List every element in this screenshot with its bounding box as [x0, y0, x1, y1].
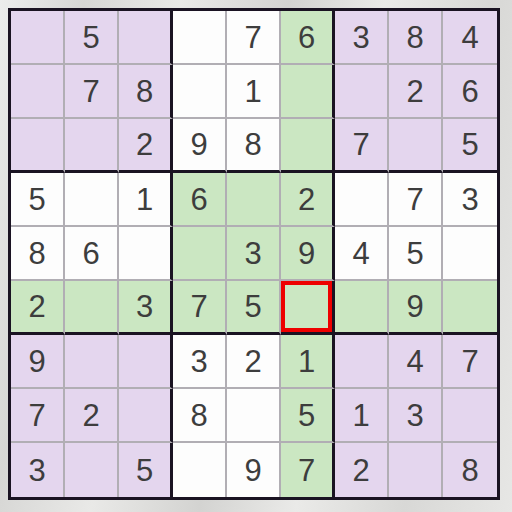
cell-r1c3[interactable] [119, 11, 173, 65]
cell-r4c5[interactable] [227, 173, 281, 227]
cell-r2c9[interactable]: 6 [443, 65, 497, 119]
cell-r2c8[interactable]: 2 [389, 65, 443, 119]
cell-r5c3[interactable] [119, 227, 173, 281]
cell-r1c7[interactable]: 3 [335, 11, 389, 65]
cell-r7c6[interactable]: 1 [281, 335, 335, 389]
cell-r7c7[interactable] [335, 335, 389, 389]
cell-r6c6[interactable] [281, 281, 335, 335]
page-background: { "game": "sudoku", "position": ".5..763… [0, 0, 512, 512]
cell-r9c2[interactable] [65, 443, 119, 497]
cell-r8c5[interactable] [227, 389, 281, 443]
cell-r8c3[interactable] [119, 389, 173, 443]
cell-r3c4[interactable]: 9 [173, 119, 227, 173]
cell-r7c8[interactable]: 4 [389, 335, 443, 389]
cell-r9c9[interactable]: 8 [443, 443, 497, 497]
cell-r3c9[interactable]: 5 [443, 119, 497, 173]
cell-r7c2[interactable] [65, 335, 119, 389]
cell-r6c7[interactable] [335, 281, 389, 335]
cell-r1c5[interactable]: 7 [227, 11, 281, 65]
cell-r4c6[interactable]: 2 [281, 173, 335, 227]
cell-r9c7[interactable]: 2 [335, 443, 389, 497]
cell-r4c4[interactable]: 6 [173, 173, 227, 227]
cell-r2c1[interactable] [11, 65, 65, 119]
cell-r5c9[interactable] [443, 227, 497, 281]
cell-r1c1[interactable] [11, 11, 65, 65]
cell-r8c9[interactable] [443, 389, 497, 443]
cell-r3c6[interactable] [281, 119, 335, 173]
cell-r3c7[interactable]: 7 [335, 119, 389, 173]
cell-r1c6[interactable]: 6 [281, 11, 335, 65]
cell-r2c3[interactable]: 8 [119, 65, 173, 119]
cell-r7c4[interactable]: 3 [173, 335, 227, 389]
cell-r2c2[interactable]: 7 [65, 65, 119, 119]
cell-r7c3[interactable] [119, 335, 173, 389]
cell-r6c3[interactable]: 3 [119, 281, 173, 335]
cell-r9c4[interactable] [173, 443, 227, 497]
cell-r3c3[interactable]: 2 [119, 119, 173, 173]
cell-r2c5[interactable]: 1 [227, 65, 281, 119]
cell-r6c5[interactable]: 5 [227, 281, 281, 335]
cell-r5c1[interactable]: 8 [11, 227, 65, 281]
sudoku-board: 5763847812629875516273863945237599321477… [8, 8, 500, 500]
cell-r1c8[interactable]: 8 [389, 11, 443, 65]
cell-r3c1[interactable] [11, 119, 65, 173]
cell-r8c4[interactable]: 8 [173, 389, 227, 443]
cell-r3c2[interactable] [65, 119, 119, 173]
cell-r8c6[interactable]: 5 [281, 389, 335, 443]
cell-r5c7[interactable]: 4 [335, 227, 389, 281]
cell-r2c4[interactable] [173, 65, 227, 119]
cell-r9c1[interactable]: 3 [11, 443, 65, 497]
cell-r9c3[interactable]: 5 [119, 443, 173, 497]
cell-r8c7[interactable]: 1 [335, 389, 389, 443]
cell-r9c5[interactable]: 9 [227, 443, 281, 497]
cell-r5c6[interactable]: 9 [281, 227, 335, 281]
cell-r9c8[interactable] [389, 443, 443, 497]
cell-r6c8[interactable]: 9 [389, 281, 443, 335]
cell-r4c9[interactable]: 3 [443, 173, 497, 227]
cell-r4c1[interactable]: 5 [11, 173, 65, 227]
cell-r5c5[interactable]: 3 [227, 227, 281, 281]
cell-r1c9[interactable]: 4 [443, 11, 497, 65]
cell-r9c6[interactable]: 7 [281, 443, 335, 497]
cell-r3c8[interactable] [389, 119, 443, 173]
cell-r2c7[interactable] [335, 65, 389, 119]
cell-r4c8[interactable]: 7 [389, 173, 443, 227]
cell-r6c4[interactable]: 7 [173, 281, 227, 335]
cell-r5c8[interactable]: 5 [389, 227, 443, 281]
cell-r2c6[interactable] [281, 65, 335, 119]
cell-r6c2[interactable] [65, 281, 119, 335]
cell-r6c9[interactable] [443, 281, 497, 335]
cell-r4c3[interactable]: 1 [119, 173, 173, 227]
cell-r8c2[interactable]: 2 [65, 389, 119, 443]
cell-r7c9[interactable]: 7 [443, 335, 497, 389]
cell-r1c2[interactable]: 5 [65, 11, 119, 65]
cell-r4c7[interactable] [335, 173, 389, 227]
cell-r8c1[interactable]: 7 [11, 389, 65, 443]
cell-r7c5[interactable]: 2 [227, 335, 281, 389]
cell-r5c2[interactable]: 6 [65, 227, 119, 281]
cell-r7c1[interactable]: 9 [11, 335, 65, 389]
cell-r1c4[interactable] [173, 11, 227, 65]
cell-r4c2[interactable] [65, 173, 119, 227]
cell-r8c8[interactable]: 3 [389, 389, 443, 443]
cell-r6c1[interactable]: 2 [11, 281, 65, 335]
cell-r5c4[interactable] [173, 227, 227, 281]
cell-r3c5[interactable]: 8 [227, 119, 281, 173]
